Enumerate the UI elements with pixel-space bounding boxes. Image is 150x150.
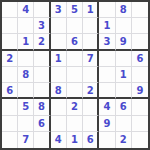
cell-r9c5-given[interactable]: 1: [67, 132, 83, 148]
cell-r5c8-given[interactable]: 1: [116, 67, 132, 83]
cell-r9c2-given[interactable]: 7: [18, 132, 34, 148]
cell-r4c1-given[interactable]: 2: [2, 51, 18, 67]
cell-r5c3-empty[interactable]: [34, 67, 50, 83]
cell-r1c9-empty[interactable]: [132, 2, 148, 18]
cell-r6c9-given[interactable]: 9: [132, 83, 148, 99]
cell-r2c6-empty[interactable]: [83, 18, 99, 34]
cell-r8c3-given[interactable]: 6: [34, 116, 50, 132]
cell-r8c5-empty[interactable]: [67, 116, 83, 132]
cell-r2c8-empty[interactable]: [116, 18, 132, 34]
cell-r3c7-given[interactable]: 3: [99, 34, 115, 50]
cell-r1c5-given[interactable]: 5: [67, 2, 83, 18]
cell-r7c3-given[interactable]: 8: [34, 99, 50, 115]
cell-r6c4-given[interactable]: 8: [51, 83, 67, 99]
cell-r1c6-given[interactable]: 1: [83, 2, 99, 18]
cell-r2c5-empty[interactable]: [67, 18, 83, 34]
cell-r7c8-given[interactable]: 6: [116, 99, 132, 115]
cell-r1c7-empty[interactable]: [99, 2, 115, 18]
cell-r7c6-empty[interactable]: [83, 99, 99, 115]
cell-r7c2-given[interactable]: 5: [18, 99, 34, 115]
cell-r8c8-empty[interactable]: [116, 116, 132, 132]
cell-r3c3-given[interactable]: 2: [34, 34, 50, 50]
cell-r3c4-empty[interactable]: [51, 34, 67, 50]
cell-r7c4-empty[interactable]: [51, 99, 67, 115]
cell-r5c6-empty[interactable]: [83, 67, 99, 83]
cell-r9c6-given[interactable]: 6: [83, 132, 99, 148]
cell-r5c7-empty[interactable]: [99, 67, 115, 83]
cell-r5c1-empty[interactable]: [2, 67, 18, 83]
cell-r4c2-empty[interactable]: [18, 51, 34, 67]
cell-r4c8-empty[interactable]: [116, 51, 132, 67]
cell-r1c8-given[interactable]: 8: [116, 2, 132, 18]
cell-r3c1-empty[interactable]: [2, 34, 18, 50]
cell-r4c5-empty[interactable]: [67, 51, 83, 67]
cell-r1c4-given[interactable]: 3: [51, 2, 67, 18]
cell-r8c7-given[interactable]: 9: [99, 116, 115, 132]
cell-r4c3-empty[interactable]: [34, 51, 50, 67]
cell-r3c6-empty[interactable]: [83, 34, 99, 50]
cell-r7c5-given[interactable]: 2: [67, 99, 83, 115]
cell-r4c4-given[interactable]: 1: [51, 51, 67, 67]
cell-r6c3-empty[interactable]: [34, 83, 50, 99]
cell-r3c2-given[interactable]: 1: [18, 34, 34, 50]
cell-r7c9-empty[interactable]: [132, 99, 148, 115]
cell-r2c9-empty[interactable]: [132, 18, 148, 34]
cell-r6c6-given[interactable]: 2: [83, 83, 99, 99]
cell-r9c3-empty[interactable]: [34, 132, 50, 148]
cell-r5c2-given[interactable]: 8: [18, 67, 34, 83]
cell-r8c1-empty[interactable]: [2, 116, 18, 132]
cell-r5c5-empty[interactable]: [67, 67, 83, 83]
cell-r4c9-given[interactable]: 6: [132, 51, 148, 67]
cell-r4c6-given[interactable]: 7: [83, 51, 99, 67]
cell-r7c1-empty[interactable]: [2, 99, 18, 115]
cell-r6c8-empty[interactable]: [116, 83, 132, 99]
cell-r8c2-empty[interactable]: [18, 116, 34, 132]
cell-r6c7-empty[interactable]: [99, 83, 115, 99]
cell-r2c1-empty[interactable]: [2, 18, 18, 34]
cell-r9c8-given[interactable]: 2: [116, 132, 132, 148]
cell-r9c4-given[interactable]: 4: [51, 132, 67, 148]
cell-r2c7-given[interactable]: 1: [99, 18, 115, 34]
cell-r9c9-empty[interactable]: [132, 132, 148, 148]
sudoku-board: 4351831126392176816829582466974162: [0, 0, 150, 150]
cell-r5c9-empty[interactable]: [132, 67, 148, 83]
cell-r2c4-empty[interactable]: [51, 18, 67, 34]
cell-r9c7-empty[interactable]: [99, 132, 115, 148]
cell-r6c2-empty[interactable]: [18, 83, 34, 99]
cell-r5c4-empty[interactable]: [51, 67, 67, 83]
cell-r3c8-given[interactable]: 9: [116, 34, 132, 50]
cell-r8c6-empty[interactable]: [83, 116, 99, 132]
cell-r1c3-empty[interactable]: [34, 2, 50, 18]
cell-r1c1-empty[interactable]: [2, 2, 18, 18]
cell-r6c5-empty[interactable]: [67, 83, 83, 99]
cell-r8c4-empty[interactable]: [51, 116, 67, 132]
cell-r1c2-given[interactable]: 4: [18, 2, 34, 18]
cell-r7c7-given[interactable]: 4: [99, 99, 115, 115]
cell-r3c9-empty[interactable]: [132, 34, 148, 50]
cell-r2c2-empty[interactable]: [18, 18, 34, 34]
cell-r8c9-empty[interactable]: [132, 116, 148, 132]
cell-r3c5-given[interactable]: 6: [67, 34, 83, 50]
cell-r9c1-empty[interactable]: [2, 132, 18, 148]
cell-r4c7-empty[interactable]: [99, 51, 115, 67]
cell-r2c3-given[interactable]: 3: [34, 18, 50, 34]
cell-r6c1-given[interactable]: 6: [2, 83, 18, 99]
